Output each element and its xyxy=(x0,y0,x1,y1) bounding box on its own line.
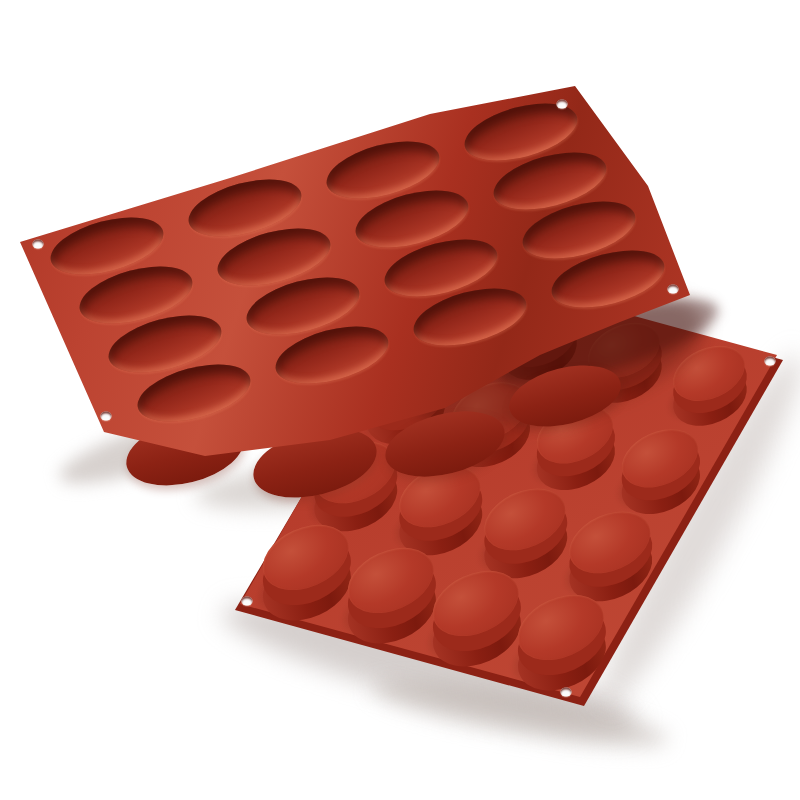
corner-hole xyxy=(101,412,112,421)
top-mold xyxy=(0,0,800,800)
corner-hole xyxy=(557,100,568,109)
corner-hole xyxy=(668,285,679,294)
product-photo xyxy=(0,0,800,800)
corner-hole xyxy=(33,240,44,249)
top-mold-holes xyxy=(0,0,800,800)
